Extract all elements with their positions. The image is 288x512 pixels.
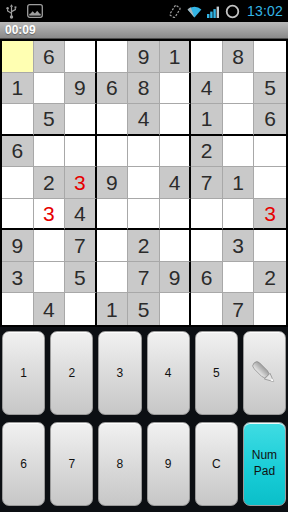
keypad-row-1: 12345 xyxy=(2,331,286,415)
grid-cell-r7c7[interactable] xyxy=(223,262,255,294)
grid-cell-r5c0[interactable] xyxy=(2,199,34,231)
grid-cell-r2c1[interactable]: 5 xyxy=(34,104,66,136)
grid-cell-r2c7[interactable] xyxy=(223,104,255,136)
numpad-toggle-button[interactable]: Num Pad xyxy=(243,422,286,506)
grid-cell-r5c6[interactable] xyxy=(191,199,223,231)
grid-cell-r4c3[interactable]: 9 xyxy=(97,167,129,199)
grid-cell-r0c3[interactable] xyxy=(97,41,129,73)
keypad-row-2: 6789C Num Pad xyxy=(2,422,286,506)
grid-cell-r7c1[interactable] xyxy=(34,262,66,294)
numpad-label-line1: Num xyxy=(252,448,277,464)
wifi-icon xyxy=(187,5,202,18)
grid-cell-r4c0[interactable] xyxy=(2,167,34,199)
grid-cell-r6c5[interactable] xyxy=(160,230,192,262)
grid-cell-r0c0[interactable] xyxy=(2,41,34,73)
signal-icon xyxy=(207,5,220,18)
grid-cell-r8c0[interactable] xyxy=(2,293,34,325)
pencil-icon xyxy=(246,355,282,391)
key-2[interactable]: 2 xyxy=(50,331,93,415)
grid-cell-r1c2[interactable]: 9 xyxy=(65,73,97,105)
grid-cell-r1c8[interactable]: 5 xyxy=(254,73,286,105)
key-8[interactable]: 8 xyxy=(98,422,141,506)
grid-cell-r0c1[interactable]: 6 xyxy=(34,41,66,73)
elapsed-time: 00:09 xyxy=(5,23,36,37)
grid-cell-r8c1[interactable]: 4 xyxy=(34,293,66,325)
grid-cell-r6c1[interactable] xyxy=(34,230,66,262)
grid-cell-r8c4[interactable]: 5 xyxy=(128,293,160,325)
grid-cell-r0c4[interactable]: 9 xyxy=(128,41,160,73)
grid-cell-r0c6[interactable] xyxy=(191,41,223,73)
grid-cell-r3c7[interactable] xyxy=(223,136,255,168)
usb-icon xyxy=(5,4,18,19)
timer-bar: 00:09 xyxy=(0,22,288,39)
grid-cell-r5c8[interactable]: 3 xyxy=(254,199,286,231)
grid-cell-r5c7[interactable] xyxy=(223,199,255,231)
key-6[interactable]: 6 xyxy=(2,422,45,506)
grid-cell-r2c5[interactable] xyxy=(160,104,192,136)
grid-cell-r1c1[interactable] xyxy=(34,73,66,105)
grid-cell-r1c4[interactable]: 8 xyxy=(128,73,160,105)
grid-cell-r8c5[interactable] xyxy=(160,293,192,325)
grid-cell-r8c8[interactable] xyxy=(254,293,286,325)
grid-cell-r4c2[interactable]: 3 xyxy=(65,167,97,199)
numpad-label-line2: Pad xyxy=(254,464,275,480)
grid-cell-r0c2[interactable] xyxy=(65,41,97,73)
grid-cell-r6c4[interactable]: 2 xyxy=(128,230,160,262)
grid-cell-r4c6[interactable]: 7 xyxy=(191,167,223,199)
grid-cell-r1c0[interactable]: 1 xyxy=(2,73,34,105)
grid-cell-r2c8[interactable]: 6 xyxy=(254,104,286,136)
grid-cell-r4c4[interactable] xyxy=(128,167,160,199)
sudoku-grid: 691819684554166223947134397233579624157 xyxy=(0,39,288,327)
key-7[interactable]: 7 xyxy=(50,422,93,506)
grid-cell-r3c2[interactable] xyxy=(65,136,97,168)
grid-cell-r7c0[interactable]: 3 xyxy=(2,262,34,294)
grid-cell-r8c6[interactable] xyxy=(191,293,223,325)
grid-cell-r2c3[interactable] xyxy=(97,104,129,136)
grid-cell-r0c7[interactable]: 8 xyxy=(223,41,255,73)
grid-cell-r3c3[interactable] xyxy=(97,136,129,168)
grid-cell-r4c1[interactable]: 2 xyxy=(34,167,66,199)
grid-cell-r6c2[interactable]: 7 xyxy=(65,230,97,262)
grid-cell-r7c3[interactable] xyxy=(97,262,129,294)
grid-cell-r7c2[interactable]: 5 xyxy=(65,262,97,294)
grid-cell-r3c8[interactable] xyxy=(254,136,286,168)
grid-cell-r8c2[interactable] xyxy=(65,293,97,325)
grid-cell-r3c1[interactable] xyxy=(34,136,66,168)
key-5[interactable]: 5 xyxy=(195,331,238,415)
pencil-button[interactable] xyxy=(243,331,286,415)
grid-cell-r3c5[interactable] xyxy=(160,136,192,168)
grid-cell-r7c8[interactable]: 2 xyxy=(254,262,286,294)
grid-cell-r0c8[interactable] xyxy=(254,41,286,73)
grid-cell-r4c5[interactable]: 4 xyxy=(160,167,192,199)
grid-cell-r8c7[interactable]: 7 xyxy=(223,293,255,325)
grid-cell-r2c2[interactable] xyxy=(65,104,97,136)
grid-cell-r1c3[interactable]: 6 xyxy=(97,73,129,105)
grid-cell-r0c5[interactable]: 1 xyxy=(160,41,192,73)
screenshot-icon xyxy=(27,4,43,18)
sudoku-app-screen: 13:02 00:09 6918196845541662239471343972… xyxy=(0,0,288,512)
grid-cell-r5c3[interactable] xyxy=(97,199,129,231)
key-C[interactable]: C xyxy=(195,422,238,506)
grid-cell-r4c7[interactable]: 1 xyxy=(223,167,255,199)
grid-cell-r2c6[interactable]: 1 xyxy=(191,104,223,136)
grid-cell-r1c7[interactable] xyxy=(223,73,255,105)
grid-cell-r6c6[interactable] xyxy=(191,230,223,262)
grid-cell-r8c3[interactable]: 1 xyxy=(97,293,129,325)
grid-cell-r3c0[interactable]: 6 xyxy=(2,136,34,168)
grid-cell-r7c4[interactable]: 7 xyxy=(128,262,160,294)
grid-cell-r3c6[interactable]: 2 xyxy=(191,136,223,168)
vibrate-icon xyxy=(168,4,182,19)
grid-cell-r6c0[interactable]: 9 xyxy=(2,230,34,262)
key-9[interactable]: 9 xyxy=(147,422,190,506)
key-3[interactable]: 3 xyxy=(98,331,141,415)
grid-cell-r2c4[interactable]: 4 xyxy=(128,104,160,136)
grid-cell-r5c5[interactable] xyxy=(160,199,192,231)
grid-cell-r1c6[interactable]: 4 xyxy=(191,73,223,105)
grid-cell-r7c6[interactable]: 6 xyxy=(191,262,223,294)
grid-cell-r5c1[interactable]: 3 xyxy=(34,199,66,231)
grid-cell-r3c4[interactable] xyxy=(128,136,160,168)
status-bar-left xyxy=(5,4,43,19)
status-bar: 13:02 xyxy=(0,0,288,22)
grid-cell-r6c7[interactable]: 3 xyxy=(223,230,255,262)
grid-cell-r5c4[interactable] xyxy=(128,199,160,231)
status-bar-right: 13:02 xyxy=(168,3,283,19)
key-1[interactable]: 1 xyxy=(2,331,45,415)
grid-cell-r7c5[interactable]: 9 xyxy=(160,262,192,294)
grid-cell-r4c8[interactable] xyxy=(254,167,286,199)
clock-text: 13:02 xyxy=(245,3,283,19)
grid-cell-r2c0[interactable] xyxy=(2,104,34,136)
battery-circle-icon xyxy=(225,4,240,19)
key-4[interactable]: 4 xyxy=(147,331,190,415)
number-keypad: 12345 6789C Num Pad xyxy=(0,328,288,512)
grid-cell-r5c2[interactable]: 4 xyxy=(65,199,97,231)
grid-cell-r6c3[interactable] xyxy=(97,230,129,262)
grid-cell-r6c8[interactable] xyxy=(254,230,286,262)
grid-cell-r1c5[interactable] xyxy=(160,73,192,105)
